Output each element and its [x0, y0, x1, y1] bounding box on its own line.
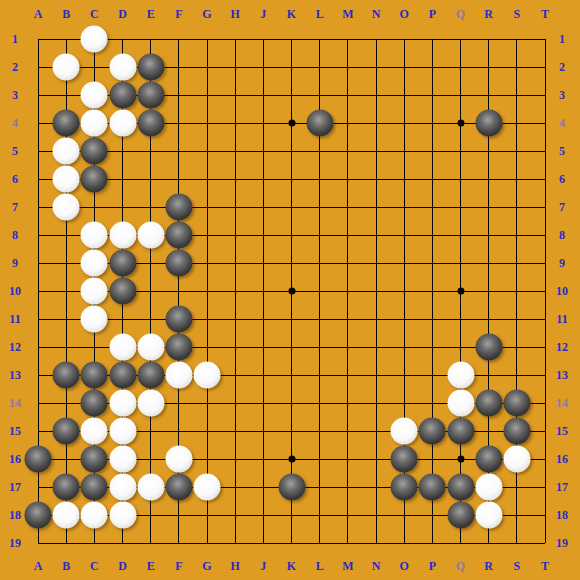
row-label-right-6: 6	[559, 173, 565, 185]
row-label-left-11: 11	[9, 313, 20, 325]
stone-black-O16[interactable]	[391, 446, 418, 473]
stone-black-D9[interactable]	[109, 250, 136, 277]
row-label-right-2: 2	[559, 61, 565, 73]
stone-black-Q18[interactable]	[447, 502, 474, 529]
row-label-left-3: 3	[12, 89, 18, 101]
stone-white-B7[interactable]	[53, 194, 80, 221]
stone-white-D16[interactable]	[109, 446, 136, 473]
row-label-right-16: 16	[556, 453, 568, 465]
column-label-bottom-F: F	[175, 560, 182, 572]
row-label-left-9: 9	[12, 257, 18, 269]
stone-white-D14[interactable]	[109, 390, 136, 417]
stone-black-F8[interactable]	[165, 222, 192, 249]
row-label-left-7: 7	[12, 201, 18, 213]
row-label-right-19: 19	[556, 537, 568, 549]
column-label-top-T: T	[541, 8, 549, 20]
stone-white-F16[interactable]	[165, 446, 192, 473]
column-label-top-P: P	[429, 8, 436, 20]
stone-black-F11[interactable]	[165, 306, 192, 333]
stone-white-E17[interactable]	[137, 474, 164, 501]
column-label-top-O: O	[399, 8, 408, 20]
row-label-right-15: 15	[556, 425, 568, 437]
row-label-left-5: 5	[12, 145, 18, 157]
stone-black-Q17[interactable]	[447, 474, 474, 501]
column-label-top-G: G	[202, 8, 211, 20]
stone-white-R17[interactable]	[475, 474, 502, 501]
stone-white-C9[interactable]	[81, 250, 108, 277]
stone-black-Q15[interactable]	[447, 418, 474, 445]
stone-black-F12[interactable]	[165, 334, 192, 361]
stone-black-K17[interactable]	[278, 474, 305, 501]
stone-white-B6[interactable]	[53, 166, 80, 193]
stone-white-E14[interactable]	[137, 390, 164, 417]
row-label-left-4: 4	[12, 117, 18, 129]
row-label-right-17: 17	[556, 481, 568, 493]
column-label-top-B: B	[62, 8, 70, 20]
stone-black-A18[interactable]	[25, 502, 52, 529]
stone-black-R12[interactable]	[475, 334, 502, 361]
row-label-right-9: 9	[559, 257, 565, 269]
stone-white-B5[interactable]	[53, 138, 80, 165]
column-label-top-E: E	[147, 8, 155, 20]
row-label-left-12: 12	[9, 341, 21, 353]
column-label-bottom-G: G	[202, 560, 211, 572]
row-label-left-2: 2	[12, 61, 18, 73]
column-label-top-A: A	[34, 8, 43, 20]
row-label-left-17: 17	[9, 481, 21, 493]
row-label-right-3: 3	[559, 89, 565, 101]
stone-black-P15[interactable]	[419, 418, 446, 445]
stone-black-F7[interactable]	[165, 194, 192, 221]
stone-black-B17[interactable]	[53, 474, 80, 501]
stone-black-D13[interactable]	[109, 362, 136, 389]
row-label-right-8: 8	[559, 229, 565, 241]
stone-black-S15[interactable]	[503, 418, 530, 445]
stone-black-B4[interactable]	[53, 110, 80, 137]
column-label-bottom-D: D	[118, 560, 127, 572]
column-label-bottom-R: R	[484, 560, 493, 572]
stone-white-E8[interactable]	[137, 222, 164, 249]
column-label-bottom-Q: Q	[456, 560, 465, 572]
row-label-left-16: 16	[9, 453, 21, 465]
stone-white-Q14[interactable]	[447, 390, 474, 417]
column-label-top-S: S	[513, 8, 520, 20]
column-label-bottom-J: J	[260, 560, 266, 572]
stone-black-F17[interactable]	[165, 474, 192, 501]
column-label-bottom-E: E	[147, 560, 155, 572]
stone-black-C16[interactable]	[81, 446, 108, 473]
row-label-right-13: 13	[556, 369, 568, 381]
column-label-bottom-S: S	[513, 560, 520, 572]
stone-white-D17[interactable]	[109, 474, 136, 501]
row-label-left-14: 14	[9, 397, 21, 409]
go-board[interactable]: AABBCCDDEEFFGGHHJJKKLLMMNNOOPPQQRRSSTT11…	[0, 0, 580, 580]
stone-black-D10[interactable]	[109, 278, 136, 305]
stone-black-D3[interactable]	[109, 82, 136, 109]
row-label-left-6: 6	[12, 173, 18, 185]
stone-black-L4[interactable]	[306, 110, 333, 137]
stone-white-G13[interactable]	[194, 362, 221, 389]
stone-black-C17[interactable]	[81, 474, 108, 501]
column-label-bottom-N: N	[372, 560, 381, 572]
column-label-bottom-K: K	[287, 560, 296, 572]
row-label-right-10: 10	[556, 285, 568, 297]
stone-black-R4[interactable]	[475, 110, 502, 137]
stone-black-C5[interactable]	[81, 138, 108, 165]
column-label-bottom-A: A	[34, 560, 43, 572]
star-point-K10	[288, 288, 295, 295]
column-label-bottom-C: C	[90, 560, 99, 572]
stone-white-C15[interactable]	[81, 418, 108, 445]
stone-black-E3[interactable]	[137, 82, 164, 109]
column-label-bottom-P: P	[429, 560, 436, 572]
star-point-Q16	[457, 456, 464, 463]
stone-white-C3[interactable]	[81, 82, 108, 109]
stone-white-D15[interactable]	[109, 418, 136, 445]
stone-white-C18[interactable]	[81, 502, 108, 529]
stone-white-S16[interactable]	[503, 446, 530, 473]
stone-white-R18[interactable]	[475, 502, 502, 529]
row-label-left-19: 19	[9, 537, 21, 549]
column-label-top-H: H	[230, 8, 239, 20]
row-label-left-13: 13	[9, 369, 21, 381]
column-label-top-M: M	[342, 8, 353, 20]
stone-black-R14[interactable]	[475, 390, 502, 417]
column-label-bottom-L: L	[316, 560, 324, 572]
stone-black-F9[interactable]	[165, 250, 192, 277]
stone-black-O17[interactable]	[391, 474, 418, 501]
row-label-left-1: 1	[12, 33, 18, 45]
stone-white-D18[interactable]	[109, 502, 136, 529]
stone-white-F13[interactable]	[165, 362, 192, 389]
column-label-top-R: R	[484, 8, 493, 20]
row-label-left-18: 18	[9, 509, 21, 521]
stone-white-D12[interactable]	[109, 334, 136, 361]
column-label-top-F: F	[175, 8, 182, 20]
row-label-right-4: 4	[559, 117, 565, 129]
stone-black-E2[interactable]	[137, 54, 164, 81]
stone-white-D4[interactable]	[109, 110, 136, 137]
stone-white-E12[interactable]	[137, 334, 164, 361]
stone-white-C1[interactable]	[81, 26, 108, 53]
row-label-left-8: 8	[12, 229, 18, 241]
row-label-right-1: 1	[559, 33, 565, 45]
row-label-left-15: 15	[9, 425, 21, 437]
stone-white-C11[interactable]	[81, 306, 108, 333]
stone-black-S14[interactable]	[503, 390, 530, 417]
row-label-right-5: 5	[559, 145, 565, 157]
star-point-K16	[288, 456, 295, 463]
row-label-right-14: 14	[556, 397, 568, 409]
column-label-top-L: L	[316, 8, 324, 20]
column-label-bottom-H: H	[230, 560, 239, 572]
stone-black-C14[interactable]	[81, 390, 108, 417]
stone-white-C8[interactable]	[81, 222, 108, 249]
row-label-right-7: 7	[559, 201, 565, 213]
star-point-Q4	[457, 120, 464, 127]
star-point-Q10	[457, 288, 464, 295]
column-label-bottom-T: T	[541, 560, 549, 572]
stone-black-C6[interactable]	[81, 166, 108, 193]
stone-white-D2[interactable]	[109, 54, 136, 81]
stone-black-A16[interactable]	[25, 446, 52, 473]
stone-black-B15[interactable]	[53, 418, 80, 445]
column-label-top-Q: Q	[456, 8, 465, 20]
column-label-bottom-B: B	[62, 560, 70, 572]
column-label-top-K: K	[287, 8, 296, 20]
stone-white-Q13[interactable]	[447, 362, 474, 389]
stone-black-E13[interactable]	[137, 362, 164, 389]
stone-white-B2[interactable]	[53, 54, 80, 81]
stone-white-B18[interactable]	[53, 502, 80, 529]
stone-white-D8[interactable]	[109, 222, 136, 249]
row-label-right-12: 12	[556, 341, 568, 353]
stone-white-O15[interactable]	[391, 418, 418, 445]
row-label-left-10: 10	[9, 285, 21, 297]
column-label-top-D: D	[118, 8, 127, 20]
stone-black-B13[interactable]	[53, 362, 80, 389]
stone-white-C10[interactable]	[81, 278, 108, 305]
stone-black-E4[interactable]	[137, 110, 164, 137]
stone-black-R16[interactable]	[475, 446, 502, 473]
row-label-right-18: 18	[556, 509, 568, 521]
stone-white-C4[interactable]	[81, 110, 108, 137]
row-label-right-11: 11	[556, 313, 567, 325]
column-label-bottom-O: O	[399, 560, 408, 572]
column-label-top-C: C	[90, 8, 99, 20]
column-label-bottom-M: M	[342, 560, 353, 572]
star-point-K4	[288, 120, 295, 127]
column-label-top-J: J	[260, 8, 266, 20]
stone-black-C13[interactable]	[81, 362, 108, 389]
stone-black-P17[interactable]	[419, 474, 446, 501]
column-label-top-N: N	[372, 8, 381, 20]
stone-white-G17[interactable]	[194, 474, 221, 501]
